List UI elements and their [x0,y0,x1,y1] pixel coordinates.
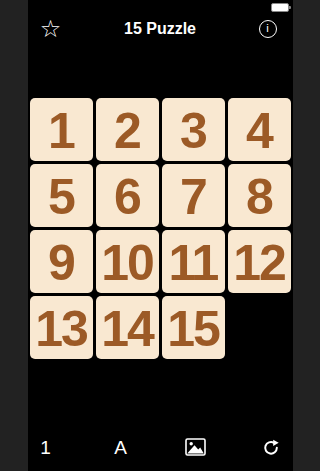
letters-mode-button[interactable]: A [109,434,133,460]
shuffle-button[interactable] [259,434,283,460]
empty-cell [228,296,291,359]
star-icon: ☆ [40,17,62,41]
photo-icon [185,438,206,456]
numbers-mode-label: 1 [40,438,51,457]
info-icon: i [259,20,277,38]
nav-bar: ☆ 15 Puzzle i [28,12,293,46]
tile-5[interactable]: 5 [30,164,93,227]
favorite-button[interactable]: ☆ [34,12,68,46]
status-bar [28,0,293,12]
tile-12[interactable]: 12 [228,230,291,293]
tile-11[interactable]: 11 [162,230,225,293]
page-title: 15 Puzzle [124,20,196,38]
letters-mode-label: A [114,438,127,457]
puzzle-board: 123456789101112131415 [30,98,291,359]
numbers-mode-button[interactable]: 1 [34,434,58,460]
tile-15[interactable]: 15 [162,296,225,359]
bottom-toolbar: 1 A [28,432,293,462]
tile-9[interactable]: 9 [30,230,93,293]
app-screen: ☆ 15 Puzzle i 123456789101112131415 1 A [28,0,293,471]
tile-13[interactable]: 13 [30,296,93,359]
battery-icon [271,3,289,12]
tile-4[interactable]: 4 [228,98,291,161]
tile-8[interactable]: 8 [228,164,291,227]
refresh-icon [261,437,281,457]
tile-2[interactable]: 2 [96,98,159,161]
tile-1[interactable]: 1 [30,98,93,161]
tile-3[interactable]: 3 [162,98,225,161]
tile-6[interactable]: 6 [96,164,159,227]
image-mode-button[interactable] [184,434,208,460]
tile-14[interactable]: 14 [96,296,159,359]
tile-10[interactable]: 10 [96,230,159,293]
info-button[interactable]: i [251,12,285,46]
tile-7[interactable]: 7 [162,164,225,227]
